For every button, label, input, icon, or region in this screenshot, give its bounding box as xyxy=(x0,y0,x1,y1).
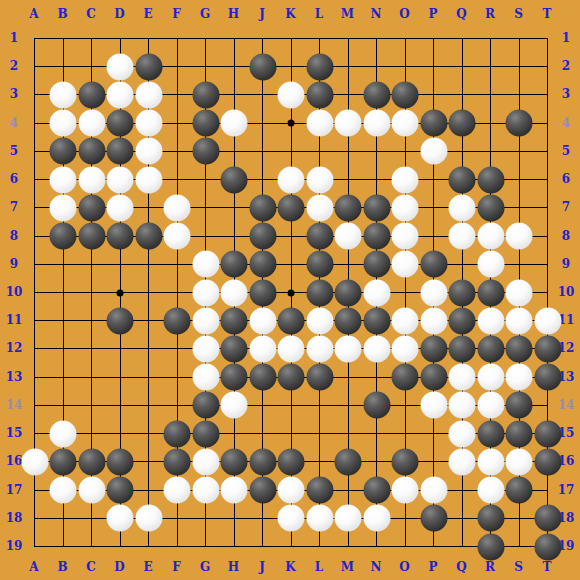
row-label-right-9: 9 xyxy=(562,257,570,271)
col-label-bottom-T: T xyxy=(543,560,552,574)
row-label-left-3: 3 xyxy=(10,87,18,101)
row-label-right-1: 1 xyxy=(562,31,570,45)
stone-black-J17[interactable] xyxy=(249,477,276,504)
row-label-left-11: 11 xyxy=(6,313,23,327)
stone-white-E6[interactable] xyxy=(135,166,162,193)
grid-line-horizontal xyxy=(34,546,548,547)
col-label-top-M: M xyxy=(341,7,354,21)
stone-white-P5[interactable] xyxy=(420,138,447,165)
col-label-top-R: R xyxy=(485,7,495,21)
stone-white-F7[interactable] xyxy=(164,194,191,221)
stone-white-R17[interactable] xyxy=(477,477,504,504)
stone-white-D7[interactable] xyxy=(107,194,134,221)
stone-black-O13[interactable] xyxy=(392,364,419,391)
col-label-bottom-R: R xyxy=(485,560,495,574)
stone-white-M12[interactable] xyxy=(335,335,362,362)
stone-black-T16[interactable] xyxy=(534,448,561,475)
stone-black-D11[interactable] xyxy=(107,307,134,334)
stone-white-J12[interactable] xyxy=(249,335,276,362)
stone-white-H4[interactable] xyxy=(221,110,248,137)
stone-black-D5[interactable] xyxy=(107,138,134,165)
stone-black-L9[interactable] xyxy=(306,251,333,278)
col-label-bottom-P: P xyxy=(428,560,437,574)
stone-white-D6[interactable] xyxy=(107,166,134,193)
stone-black-B16[interactable] xyxy=(50,448,77,475)
stone-black-J2[interactable] xyxy=(249,53,276,80)
stone-black-D8[interactable] xyxy=(107,223,134,250)
stone-white-Q8[interactable] xyxy=(449,223,476,250)
stone-white-K18[interactable] xyxy=(278,505,305,532)
stone-white-D2[interactable] xyxy=(107,53,134,80)
stone-white-F17[interactable] xyxy=(164,477,191,504)
stone-white-P10[interactable] xyxy=(420,279,447,306)
stone-black-C16[interactable] xyxy=(78,448,105,475)
col-label-top-C: C xyxy=(86,7,96,21)
stone-white-H17[interactable] xyxy=(221,477,248,504)
col-label-top-J: J xyxy=(259,7,265,21)
stone-white-S8[interactable] xyxy=(506,223,533,250)
stone-white-Q14[interactable] xyxy=(449,392,476,419)
stone-black-N3[interactable] xyxy=(363,81,390,108)
stone-black-R6[interactable] xyxy=(477,166,504,193)
stone-white-B3[interactable] xyxy=(50,81,77,108)
stone-black-K11[interactable] xyxy=(278,307,305,334)
stone-black-K13[interactable] xyxy=(278,364,305,391)
row-label-left-15: 15 xyxy=(6,426,23,440)
stone-black-R19[interactable] xyxy=(477,533,504,560)
col-label-top-L: L xyxy=(315,7,323,21)
stone-white-L18[interactable] xyxy=(306,505,333,532)
stone-white-F8[interactable] xyxy=(164,223,191,250)
col-label-bottom-B: B xyxy=(57,560,67,574)
stone-black-L13[interactable] xyxy=(306,364,333,391)
col-label-top-K: K xyxy=(285,7,295,21)
row-label-right-17: 17 xyxy=(558,483,575,497)
stone-white-E3[interactable] xyxy=(135,81,162,108)
stone-black-B8[interactable] xyxy=(50,223,77,250)
col-label-top-A: A xyxy=(29,7,38,21)
stone-white-C6[interactable] xyxy=(78,166,105,193)
stone-black-O16[interactable] xyxy=(392,448,419,475)
col-label-bottom-A: A xyxy=(29,560,38,574)
stone-white-L6[interactable] xyxy=(306,166,333,193)
stone-black-Q10[interactable] xyxy=(449,279,476,306)
stone-white-G10[interactable] xyxy=(192,279,219,306)
stone-white-O17[interactable] xyxy=(392,477,419,504)
stone-white-K6[interactable] xyxy=(278,166,305,193)
stone-white-R16[interactable] xyxy=(477,448,504,475)
stone-black-F15[interactable] xyxy=(164,420,191,447)
stone-white-O8[interactable] xyxy=(392,223,419,250)
stone-white-O11[interactable] xyxy=(392,307,419,334)
stone-black-C5[interactable] xyxy=(78,138,105,165)
col-label-top-Q: Q xyxy=(456,7,466,21)
stone-white-N12[interactable] xyxy=(363,335,390,362)
stone-black-J7[interactable] xyxy=(249,194,276,221)
stone-white-Q13[interactable] xyxy=(449,364,476,391)
stone-black-G5[interactable] xyxy=(192,138,219,165)
col-label-top-S: S xyxy=(514,7,523,21)
stone-black-C8[interactable] xyxy=(78,223,105,250)
stone-black-P18[interactable] xyxy=(420,505,447,532)
stone-white-S13[interactable] xyxy=(506,364,533,391)
stone-black-H16[interactable] xyxy=(221,448,248,475)
stone-black-R12[interactable] xyxy=(477,335,504,362)
stone-black-S14[interactable] xyxy=(506,392,533,419)
stone-white-E18[interactable] xyxy=(135,505,162,532)
stone-black-S4[interactable] xyxy=(506,110,533,137)
stone-white-R9[interactable] xyxy=(477,251,504,278)
col-label-bottom-C: C xyxy=(86,560,96,574)
stone-black-L10[interactable] xyxy=(306,279,333,306)
stone-white-L12[interactable] xyxy=(306,335,333,362)
stone-black-D17[interactable] xyxy=(107,477,134,504)
col-label-top-N: N xyxy=(371,7,382,21)
col-label-top-O: O xyxy=(399,7,409,21)
row-label-left-17: 17 xyxy=(6,483,23,497)
stone-black-R18[interactable] xyxy=(477,505,504,532)
page: { "game": "go", "board": { "size": 19, "… xyxy=(0,0,580,580)
stone-black-N7[interactable] xyxy=(363,194,390,221)
stone-black-D16[interactable] xyxy=(107,448,134,475)
col-label-bottom-D: D xyxy=(114,560,124,574)
stone-black-F16[interactable] xyxy=(164,448,191,475)
col-label-bottom-M: M xyxy=(341,560,354,574)
col-label-bottom-L: L xyxy=(315,560,323,574)
stone-white-O6[interactable] xyxy=(392,166,419,193)
stone-white-S16[interactable] xyxy=(506,448,533,475)
row-label-right-4: 4 xyxy=(562,116,570,130)
stone-black-N11[interactable] xyxy=(363,307,390,334)
stone-black-E2[interactable] xyxy=(135,53,162,80)
row-label-left-9: 9 xyxy=(10,257,18,271)
stone-white-P17[interactable] xyxy=(420,477,447,504)
stone-black-M10[interactable] xyxy=(335,279,362,306)
col-label-top-T: T xyxy=(543,7,552,21)
stone-black-J16[interactable] xyxy=(249,448,276,475)
row-label-left-5: 5 xyxy=(10,144,18,158)
row-label-left-4: 4 xyxy=(10,116,18,130)
stone-black-O3[interactable] xyxy=(392,81,419,108)
col-label-top-B: B xyxy=(57,7,67,21)
stone-white-B4[interactable] xyxy=(50,110,77,137)
star-point-K10 xyxy=(288,289,295,296)
col-label-top-E: E xyxy=(143,7,152,21)
stone-white-E5[interactable] xyxy=(135,138,162,165)
stone-black-G14[interactable] xyxy=(192,392,219,419)
stone-white-J11[interactable] xyxy=(249,307,276,334)
stone-white-D18[interactable] xyxy=(107,505,134,532)
stone-black-T19[interactable] xyxy=(534,533,561,560)
stone-white-C4[interactable] xyxy=(78,110,105,137)
stone-white-D3[interactable] xyxy=(107,81,134,108)
stone-black-R7[interactable] xyxy=(477,194,504,221)
col-label-top-F: F xyxy=(172,7,181,21)
stone-black-K16[interactable] xyxy=(278,448,305,475)
stone-white-G12[interactable] xyxy=(192,335,219,362)
row-label-right-5: 5 xyxy=(562,144,570,158)
stone-white-Q7[interactable] xyxy=(449,194,476,221)
stone-black-G15[interactable] xyxy=(192,420,219,447)
stone-white-K3[interactable] xyxy=(278,81,305,108)
stone-white-R11[interactable] xyxy=(477,307,504,334)
stone-white-M8[interactable] xyxy=(335,223,362,250)
stone-black-J13[interactable] xyxy=(249,364,276,391)
stone-white-N4[interactable] xyxy=(363,110,390,137)
stone-black-Q11[interactable] xyxy=(449,307,476,334)
stone-white-G16[interactable] xyxy=(192,448,219,475)
row-label-left-14: 14 xyxy=(6,398,23,412)
stone-white-Q15[interactable] xyxy=(449,420,476,447)
stone-black-M11[interactable] xyxy=(335,307,362,334)
stone-black-L3[interactable] xyxy=(306,81,333,108)
col-label-bottom-G: G xyxy=(200,560,210,574)
stone-white-C17[interactable] xyxy=(78,477,105,504)
stone-black-H13[interactable] xyxy=(221,364,248,391)
stone-black-Q6[interactable] xyxy=(449,166,476,193)
stone-black-J8[interactable] xyxy=(249,223,276,250)
stone-black-G3[interactable] xyxy=(192,81,219,108)
stone-black-S15[interactable] xyxy=(506,420,533,447)
row-label-right-10: 10 xyxy=(558,285,575,299)
stone-black-K7[interactable] xyxy=(278,194,305,221)
stone-black-C3[interactable] xyxy=(78,81,105,108)
stone-black-P4[interactable] xyxy=(420,110,447,137)
stone-black-S17[interactable] xyxy=(506,477,533,504)
row-label-left-7: 7 xyxy=(10,200,18,214)
stone-white-L4[interactable] xyxy=(306,110,333,137)
row-label-left-1: 1 xyxy=(10,31,18,45)
stone-white-N10[interactable] xyxy=(363,279,390,306)
stone-white-B15[interactable] xyxy=(50,420,77,447)
row-label-left-2: 2 xyxy=(10,59,18,73)
row-label-left-12: 12 xyxy=(6,341,23,355)
stone-white-G13[interactable] xyxy=(192,364,219,391)
stone-black-L17[interactable] xyxy=(306,477,333,504)
stone-black-N8[interactable] xyxy=(363,223,390,250)
stone-black-M16[interactable] xyxy=(335,448,362,475)
stone-white-N18[interactable] xyxy=(363,505,390,532)
stone-black-R15[interactable] xyxy=(477,420,504,447)
stone-white-K12[interactable] xyxy=(278,335,305,362)
col-label-bottom-H: H xyxy=(228,560,239,574)
stone-black-J10[interactable] xyxy=(249,279,276,306)
stone-white-K17[interactable] xyxy=(278,477,305,504)
star-point-K4 xyxy=(288,120,295,127)
col-label-bottom-S: S xyxy=(514,560,523,574)
stone-black-N9[interactable] xyxy=(363,251,390,278)
stone-white-G17[interactable] xyxy=(192,477,219,504)
stone-black-H6[interactable] xyxy=(221,166,248,193)
stone-white-O12[interactable] xyxy=(392,335,419,362)
stone-white-H10[interactable] xyxy=(221,279,248,306)
col-label-bottom-K: K xyxy=(285,560,295,574)
stone-black-J9[interactable] xyxy=(249,251,276,278)
stone-white-M18[interactable] xyxy=(335,505,362,532)
col-label-top-D: D xyxy=(114,7,124,21)
row-label-left-6: 6 xyxy=(10,172,18,186)
stone-white-T11[interactable] xyxy=(534,307,561,334)
stone-white-M4[interactable] xyxy=(335,110,362,137)
stone-white-L11[interactable] xyxy=(306,307,333,334)
stone-white-S10[interactable] xyxy=(506,279,533,306)
row-label-right-3: 3 xyxy=(562,87,570,101)
stone-black-N17[interactable] xyxy=(363,477,390,504)
stone-black-P13[interactable] xyxy=(420,364,447,391)
stone-white-R13[interactable] xyxy=(477,364,504,391)
col-label-top-G: G xyxy=(200,7,210,21)
stone-black-S12[interactable] xyxy=(506,335,533,362)
stone-black-T15[interactable] xyxy=(534,420,561,447)
row-label-left-13: 13 xyxy=(6,370,23,384)
star-point-D10 xyxy=(117,289,124,296)
stone-black-P12[interactable] xyxy=(420,335,447,362)
stone-white-O9[interactable] xyxy=(392,251,419,278)
col-label-top-H: H xyxy=(228,7,239,21)
stone-white-B17[interactable] xyxy=(50,477,77,504)
stone-black-D4[interactable] xyxy=(107,110,134,137)
stone-black-P9[interactable] xyxy=(420,251,447,278)
col-label-bottom-J: J xyxy=(259,560,265,574)
stone-black-H11[interactable] xyxy=(221,307,248,334)
stone-white-B6[interactable] xyxy=(50,166,77,193)
stone-black-B5[interactable] xyxy=(50,138,77,165)
stone-black-T12[interactable] xyxy=(534,335,561,362)
row-label-left-10: 10 xyxy=(6,285,23,299)
stone-white-B7[interactable] xyxy=(50,194,77,221)
stone-black-L8[interactable] xyxy=(306,223,333,250)
stone-white-P11[interactable] xyxy=(420,307,447,334)
stone-black-C7[interactable] xyxy=(78,194,105,221)
col-label-bottom-F: F xyxy=(172,560,181,574)
col-label-bottom-E: E xyxy=(143,560,152,574)
col-label-top-P: P xyxy=(428,7,437,21)
stone-white-G9[interactable] xyxy=(192,251,219,278)
stone-white-O7[interactable] xyxy=(392,194,419,221)
stone-black-T18[interactable] xyxy=(534,505,561,532)
stone-white-R8[interactable] xyxy=(477,223,504,250)
stone-black-M7[interactable] xyxy=(335,194,362,221)
col-label-bottom-O: O xyxy=(399,560,409,574)
stone-black-F11[interactable] xyxy=(164,307,191,334)
go-board[interactable]: AABBCCDDEEFFGGHHJJKKLLMMNNOOPPQQRRSSTT11… xyxy=(0,0,580,580)
col-label-bottom-Q: Q xyxy=(456,560,466,574)
row-label-right-8: 8 xyxy=(562,229,570,243)
row-label-left-8: 8 xyxy=(10,229,18,243)
row-label-right-2: 2 xyxy=(562,59,570,73)
row-label-right-6: 6 xyxy=(562,172,570,186)
row-label-right-14: 14 xyxy=(558,398,575,412)
stone-black-H9[interactable] xyxy=(221,251,248,278)
stone-white-O4[interactable] xyxy=(392,110,419,137)
stone-black-H12[interactable] xyxy=(221,335,248,362)
row-label-left-18: 18 xyxy=(6,511,23,525)
stone-black-G4[interactable] xyxy=(192,110,219,137)
stone-white-Q16[interactable] xyxy=(449,448,476,475)
row-label-right-7: 7 xyxy=(562,200,570,214)
stone-black-Q4[interactable] xyxy=(449,110,476,137)
stone-white-P14[interactable] xyxy=(420,392,447,419)
stone-white-L7[interactable] xyxy=(306,194,333,221)
stone-white-S11[interactable] xyxy=(506,307,533,334)
row-label-left-19: 19 xyxy=(6,539,23,553)
stone-black-R10[interactable] xyxy=(477,279,504,306)
stone-white-H14[interactable] xyxy=(221,392,248,419)
stone-black-E8[interactable] xyxy=(135,223,162,250)
stone-white-R14[interactable] xyxy=(477,392,504,419)
stone-black-N14[interactable] xyxy=(363,392,390,419)
stone-white-A16[interactable] xyxy=(21,448,48,475)
stone-white-E4[interactable] xyxy=(135,110,162,137)
stone-black-L2[interactable] xyxy=(306,53,333,80)
stone-black-T13[interactable] xyxy=(534,364,561,391)
stone-white-G11[interactable] xyxy=(192,307,219,334)
row-label-left-16: 16 xyxy=(6,454,23,468)
stone-black-Q12[interactable] xyxy=(449,335,476,362)
col-label-bottom-N: N xyxy=(371,560,382,574)
